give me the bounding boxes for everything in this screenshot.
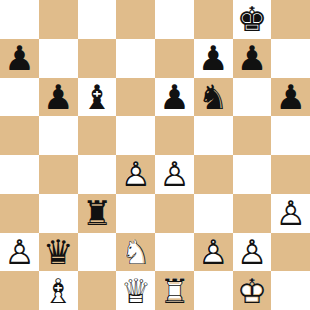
black-rook-glyph: ♜	[78, 194, 117, 233]
square-h1[interactable]	[271, 271, 310, 310]
piece-white-bishop: ♝♗	[39, 271, 78, 310]
black-pawn-glyph: ♟	[39, 78, 78, 117]
black-king-glyph: ♚	[233, 0, 272, 39]
square-a6[interactable]	[0, 78, 39, 117]
square-a1[interactable]	[0, 271, 39, 310]
square-h8[interactable]	[271, 0, 310, 39]
piece-black-queen: ♛	[39, 233, 78, 272]
square-d2[interactable]: ♞♘	[116, 233, 155, 272]
square-f8[interactable]	[194, 0, 233, 39]
black-pawn-glyph: ♟	[155, 78, 194, 117]
square-g3[interactable]	[233, 194, 272, 233]
square-e6[interactable]: ♟	[155, 78, 194, 117]
square-h2[interactable]	[271, 233, 310, 272]
square-g7[interactable]: ♟	[233, 39, 272, 78]
square-f3[interactable]	[194, 194, 233, 233]
piece-black-pawn: ♟	[194, 39, 233, 78]
piece-black-king: ♚	[233, 0, 272, 39]
piece-black-pawn: ♟	[39, 78, 78, 117]
black-queen-glyph: ♛	[39, 233, 78, 272]
square-a4[interactable]	[0, 155, 39, 194]
piece-white-pawn: ♟♙	[0, 233, 39, 272]
black-pawn-glyph: ♟	[194, 39, 233, 78]
square-d7[interactable]	[116, 39, 155, 78]
white-pawn-glyph-outline: ♙	[194, 233, 233, 272]
black-pawn-glyph: ♟	[233, 39, 272, 78]
square-g8[interactable]: ♚	[233, 0, 272, 39]
square-b6[interactable]: ♟	[39, 78, 78, 117]
square-g1[interactable]: ♚♔	[233, 271, 272, 310]
square-a5[interactable]	[0, 116, 39, 155]
white-knight-glyph-outline: ♘	[116, 233, 155, 272]
square-d3[interactable]	[116, 194, 155, 233]
piece-white-pawn: ♟♙	[233, 233, 272, 272]
square-e2[interactable]	[155, 233, 194, 272]
black-bishop-glyph: ♝	[78, 78, 117, 117]
square-c8[interactable]	[78, 0, 117, 39]
square-b2[interactable]: ♛	[39, 233, 78, 272]
square-d4[interactable]: ♟♙	[116, 155, 155, 194]
square-d8[interactable]	[116, 0, 155, 39]
black-pawn-glyph: ♟	[0, 39, 39, 78]
square-b4[interactable]	[39, 155, 78, 194]
square-f6[interactable]: ♞	[194, 78, 233, 117]
square-f4[interactable]	[194, 155, 233, 194]
black-knight-glyph: ♞	[194, 78, 233, 117]
square-e5[interactable]	[155, 116, 194, 155]
white-pawn-glyph-outline: ♙	[233, 233, 272, 272]
square-a7[interactable]: ♟	[0, 39, 39, 78]
piece-black-bishop: ♝	[78, 78, 117, 117]
piece-white-pawn: ♟♙	[155, 155, 194, 194]
square-c1[interactable]	[78, 271, 117, 310]
square-f5[interactable]	[194, 116, 233, 155]
square-e4[interactable]: ♟♙	[155, 155, 194, 194]
square-a2[interactable]: ♟♙	[0, 233, 39, 272]
square-a8[interactable]	[0, 0, 39, 39]
square-c6[interactable]: ♝	[78, 78, 117, 117]
piece-black-pawn: ♟	[233, 39, 272, 78]
white-pawn-glyph-outline: ♙	[155, 155, 194, 194]
square-c3[interactable]: ♜	[78, 194, 117, 233]
square-f7[interactable]: ♟	[194, 39, 233, 78]
square-b1[interactable]: ♝♗	[39, 271, 78, 310]
square-g6[interactable]	[233, 78, 272, 117]
square-b7[interactable]	[39, 39, 78, 78]
piece-black-pawn: ♟	[271, 78, 310, 117]
piece-black-pawn: ♟	[0, 39, 39, 78]
square-e7[interactable]	[155, 39, 194, 78]
square-g5[interactable]	[233, 116, 272, 155]
square-e3[interactable]	[155, 194, 194, 233]
piece-white-pawn: ♟♙	[271, 194, 310, 233]
square-d6[interactable]	[116, 78, 155, 117]
white-king-glyph-outline: ♔	[233, 271, 272, 310]
white-pawn-glyph-outline: ♙	[0, 233, 39, 272]
square-h4[interactable]	[271, 155, 310, 194]
white-pawn-glyph-outline: ♙	[271, 194, 310, 233]
square-c5[interactable]	[78, 116, 117, 155]
square-c7[interactable]	[78, 39, 117, 78]
piece-black-knight: ♞	[194, 78, 233, 117]
white-rook-glyph-outline: ♖	[155, 271, 194, 310]
square-c2[interactable]	[78, 233, 117, 272]
piece-white-king: ♚♔	[233, 271, 272, 310]
square-h6[interactable]: ♟	[271, 78, 310, 117]
piece-white-rook: ♜♖	[155, 271, 194, 310]
square-g4[interactable]	[233, 155, 272, 194]
white-queen-glyph-outline: ♕	[116, 271, 155, 310]
piece-black-rook: ♜	[78, 194, 117, 233]
square-f1[interactable]	[194, 271, 233, 310]
square-f2[interactable]: ♟♙	[194, 233, 233, 272]
square-e8[interactable]	[155, 0, 194, 39]
square-g2[interactable]: ♟♙	[233, 233, 272, 272]
square-b5[interactable]	[39, 116, 78, 155]
square-h3[interactable]: ♟♙	[271, 194, 310, 233]
square-b8[interactable]	[39, 0, 78, 39]
square-e1[interactable]: ♜♖	[155, 271, 194, 310]
square-h5[interactable]	[271, 116, 310, 155]
piece-white-pawn: ♟♙	[116, 155, 155, 194]
white-bishop-glyph-outline: ♗	[39, 271, 78, 310]
white-pawn-glyph-outline: ♙	[116, 155, 155, 194]
black-pawn-glyph: ♟	[271, 78, 310, 117]
piece-black-pawn: ♟	[155, 78, 194, 117]
square-c4[interactable]	[78, 155, 117, 194]
piece-white-queen: ♛♕	[116, 271, 155, 310]
piece-white-knight: ♞♘	[116, 233, 155, 272]
square-d1[interactable]: ♛♕	[116, 271, 155, 310]
square-a3[interactable]	[0, 194, 39, 233]
piece-white-pawn: ♟♙	[194, 233, 233, 272]
square-h7[interactable]	[271, 39, 310, 78]
square-b3[interactable]	[39, 194, 78, 233]
square-d5[interactable]	[116, 116, 155, 155]
chess-board: ♚♟♟♟♟♝♟♞♟♟♙♟♙♜♟♙♟♙♛♞♘♟♙♟♙♝♗♛♕♜♖♚♔	[0, 0, 310, 310]
